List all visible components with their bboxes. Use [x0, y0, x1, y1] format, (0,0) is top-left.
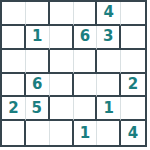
cell-r5c4[interactable]: [74, 97, 98, 121]
cell-r2c6[interactable]: [121, 26, 145, 50]
cell-r4c3[interactable]: [50, 74, 74, 98]
cell-r1c6[interactable]: [121, 2, 145, 26]
cell-r5c2[interactable]: 5: [26, 97, 50, 121]
cell-r2c2[interactable]: 1: [26, 26, 50, 50]
cell-r3c3[interactable]: [50, 50, 74, 74]
cell-r3c4[interactable]: [74, 50, 98, 74]
cell-r3c1[interactable]: [2, 50, 26, 74]
cell-r3c5[interactable]: [97, 50, 121, 74]
cell-r6c3[interactable]: [50, 121, 74, 145]
cell-r3c2[interactable]: [26, 50, 50, 74]
cell-r5c1[interactable]: 2: [2, 97, 26, 121]
cell-r1c1[interactable]: [2, 2, 26, 26]
cell-r5c5[interactable]: 1: [97, 97, 121, 121]
cell-r4c5[interactable]: [97, 74, 121, 98]
cell-r6c5[interactable]: [97, 121, 121, 145]
cell-r3c6[interactable]: [121, 50, 145, 74]
cell-r4c1[interactable]: [2, 74, 26, 98]
cell-r4c2[interactable]: 6: [26, 74, 50, 98]
sudoku-board: 41636225114: [0, 0, 147, 147]
cell-r1c2[interactable]: [26, 2, 50, 26]
cell-r1c4[interactable]: [74, 2, 98, 26]
cell-r6c1[interactable]: [2, 121, 26, 145]
cell-r2c1[interactable]: [2, 26, 26, 50]
cell-r4c6[interactable]: 2: [121, 74, 145, 98]
cell-r6c2[interactable]: [26, 121, 50, 145]
cell-r6c4[interactable]: 1: [74, 121, 98, 145]
cell-r5c6[interactable]: [121, 97, 145, 121]
cell-r2c3[interactable]: [50, 26, 74, 50]
cell-r1c5[interactable]: 4: [97, 2, 121, 26]
cell-r2c5[interactable]: 3: [97, 26, 121, 50]
cell-r1c3[interactable]: [50, 2, 74, 26]
cell-r2c4[interactable]: 6: [74, 26, 98, 50]
cell-r5c3[interactable]: [50, 97, 74, 121]
cell-r4c4[interactable]: [74, 74, 98, 98]
cell-r6c6[interactable]: 4: [121, 121, 145, 145]
